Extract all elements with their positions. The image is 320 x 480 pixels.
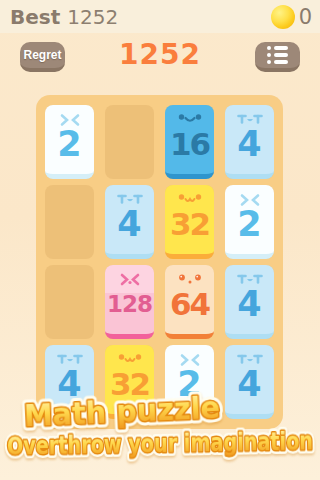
cell-r2c1: 128 (105, 265, 154, 339)
tile-4: 4 (225, 105, 274, 179)
tile-value: 32 (165, 208, 214, 239)
cell-r0c2: 16 (165, 105, 214, 179)
cell-r1c2: 32 (165, 185, 214, 259)
tile-2: 2 (165, 345, 214, 419)
coin-value: 0 (299, 5, 312, 29)
tile-value: 4 (225, 126, 274, 161)
tile-value: 4 (45, 366, 94, 401)
tile-32: 32 (165, 185, 214, 259)
cell-r2c0 (45, 265, 94, 339)
best-score: Best 1252 (10, 5, 118, 29)
cell-r3c1: 32 (105, 345, 154, 419)
squint_dot-face-icon (115, 273, 145, 287)
tile-64: 64 (165, 265, 214, 339)
cell-r3c3: 4 (225, 345, 274, 419)
menu-button[interactable] (255, 42, 300, 72)
hud-row: Regret 1252 (0, 33, 320, 83)
cell-r2c2: 64 (165, 265, 214, 339)
coin-counter: 0 (271, 5, 312, 29)
tile-4: 4 (225, 265, 274, 339)
tile-value: 32 (105, 368, 154, 399)
cell-r1c0 (45, 185, 94, 259)
top-bar: Best 1252 0 (0, 0, 320, 33)
tile-value: 4 (225, 286, 274, 321)
cell-r1c1: 4 (105, 185, 154, 259)
tile-16: 16 (165, 105, 214, 179)
tile-2: 2 (225, 185, 274, 259)
cell-r0c0: 2 (45, 105, 94, 179)
empty-cell (105, 105, 154, 179)
cell-r3c2: 2 (165, 345, 214, 419)
tile-value: 4 (225, 366, 274, 401)
tile-128: 128 (105, 265, 154, 339)
best-value: 1252 (67, 5, 118, 29)
tile-4: 4 (105, 185, 154, 259)
tile-value: 4 (105, 206, 154, 241)
empty-cell (45, 185, 94, 259)
tile-2: 2 (45, 105, 94, 179)
logo-line2-outline: Overthrow your imagination (7, 426, 313, 460)
cell-r2c3: 4 (225, 265, 274, 339)
tile-value: 16 (165, 128, 214, 159)
tile-value: 2 (45, 126, 94, 161)
menu-list-icon (267, 46, 288, 64)
empty-cell (45, 265, 94, 339)
tile-4: 4 (225, 345, 274, 419)
tile-32: 32 (105, 345, 154, 419)
coin-icon (271, 5, 295, 29)
tile-4: 4 (45, 345, 94, 419)
tile-value: 2 (225, 206, 274, 241)
board[interactable]: 2164432212864443224 (36, 95, 283, 429)
best-label: Best (10, 5, 60, 29)
cell-r1c3: 2 (225, 185, 274, 259)
tile-value: 64 (165, 288, 214, 319)
cell-r0c1 (105, 105, 154, 179)
logo-line2-text: Overthrow your imagination (7, 426, 313, 460)
cell-r0c3: 4 (225, 105, 274, 179)
tile-value: 2 (165, 366, 214, 401)
cell-r3c0: 4 (45, 345, 94, 419)
app-screen: Best 1252 0 Regret 1252 2164432212864443… (0, 0, 320, 480)
tile-value: 128 (105, 292, 154, 315)
